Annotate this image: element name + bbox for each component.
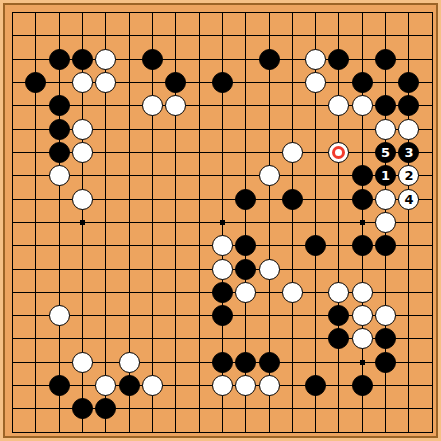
- stone-black[interactable]: [212, 282, 233, 303]
- stone-white[interactable]: [305, 72, 326, 93]
- stone-black[interactable]: [375, 352, 396, 373]
- stone-white[interactable]: [282, 282, 303, 303]
- stone-black[interactable]: [235, 259, 256, 280]
- stone-black[interactable]: [282, 189, 303, 210]
- move-number-label: 2: [404, 169, 413, 182]
- stone-black-numbered[interactable]: 3: [398, 142, 419, 163]
- stone-white[interactable]: [375, 119, 396, 140]
- star-point: [80, 220, 85, 225]
- stone-black[interactable]: [259, 352, 280, 373]
- stone-white[interactable]: [212, 235, 233, 256]
- stone-black[interactable]: [165, 72, 186, 93]
- stone-black[interactable]: [352, 165, 373, 186]
- stone-black[interactable]: [352, 189, 373, 210]
- stone-black[interactable]: [25, 72, 46, 93]
- stone-black[interactable]: [328, 305, 349, 326]
- stone-black[interactable]: [375, 49, 396, 70]
- grid-line-vertical: [432, 12, 433, 433]
- stone-white[interactable]: [352, 95, 373, 116]
- stone-white[interactable]: [259, 375, 280, 396]
- stone-black[interactable]: [119, 375, 140, 396]
- stone-white[interactable]: [49, 165, 70, 186]
- stone-white[interactable]: [259, 165, 280, 186]
- stone-white[interactable]: [352, 282, 373, 303]
- stone-white[interactable]: [375, 212, 396, 233]
- star-point: [360, 360, 365, 365]
- stone-black[interactable]: [328, 49, 349, 70]
- stone-black[interactable]: [235, 189, 256, 210]
- stone-white[interactable]: [72, 189, 93, 210]
- circle-marker: [332, 146, 345, 159]
- stone-white[interactable]: [212, 259, 233, 280]
- move-number-label: 3: [404, 146, 413, 159]
- stone-white[interactable]: [235, 375, 256, 396]
- stone-white[interactable]: [142, 95, 163, 116]
- stone-white-numbered[interactable]: 2: [398, 165, 419, 186]
- stone-black[interactable]: [398, 72, 419, 93]
- stone-black[interactable]: [398, 95, 419, 116]
- stone-white[interactable]: [375, 305, 396, 326]
- stone-black[interactable]: [49, 49, 70, 70]
- stone-black[interactable]: [49, 119, 70, 140]
- grid-line-horizontal: [12, 432, 433, 433]
- stone-white[interactable]: [119, 352, 140, 373]
- stone-black[interactable]: [49, 95, 70, 116]
- stone-black[interactable]: [259, 49, 280, 70]
- stone-white[interactable]: [375, 189, 396, 210]
- stone-black[interactable]: [352, 235, 373, 256]
- stone-black[interactable]: [305, 375, 326, 396]
- stone-white[interactable]: [72, 352, 93, 373]
- move-number-label: 1: [381, 169, 390, 182]
- stone-white[interactable]: [142, 375, 163, 396]
- stone-black[interactable]: [328, 328, 349, 349]
- stone-white[interactable]: [235, 282, 256, 303]
- stone-white[interactable]: [282, 142, 303, 163]
- stone-black[interactable]: [95, 398, 116, 419]
- stone-black-numbered[interactable]: 5: [375, 142, 396, 163]
- grid-line-vertical: [338, 12, 339, 433]
- stone-white[interactable]: [72, 72, 93, 93]
- stone-white[interactable]: [398, 119, 419, 140]
- stone-black-numbered[interactable]: 1: [375, 165, 396, 186]
- stone-white[interactable]: [95, 72, 116, 93]
- stone-black[interactable]: [235, 352, 256, 373]
- stone-white[interactable]: [305, 49, 326, 70]
- stone-black[interactable]: [142, 49, 163, 70]
- stone-black[interactable]: [375, 235, 396, 256]
- move-number-label: 5: [381, 146, 390, 159]
- stone-white[interactable]: [49, 305, 70, 326]
- star-point: [220, 220, 225, 225]
- stone-black[interactable]: [212, 72, 233, 93]
- stone-black[interactable]: [212, 352, 233, 373]
- stone-white[interactable]: [95, 375, 116, 396]
- grid-line-vertical: [292, 12, 293, 433]
- stone-black[interactable]: [49, 375, 70, 396]
- stone-white[interactable]: [95, 49, 116, 70]
- stone-black[interactable]: [49, 142, 70, 163]
- stone-white[interactable]: [328, 282, 349, 303]
- stone-white[interactable]: [259, 259, 280, 280]
- stone-white[interactable]: [352, 328, 373, 349]
- stone-white[interactable]: [72, 119, 93, 140]
- stone-black[interactable]: [352, 72, 373, 93]
- stone-black[interactable]: [305, 235, 326, 256]
- stone-white[interactable]: [328, 95, 349, 116]
- stone-black[interactable]: [212, 305, 233, 326]
- stone-black[interactable]: [72, 49, 93, 70]
- go-board[interactable]: 53124: [0, 0, 441, 441]
- stone-black[interactable]: [72, 398, 93, 419]
- move-number-label: 4: [404, 193, 413, 206]
- stone-white[interactable]: [352, 305, 373, 326]
- stone-black[interactable]: [375, 328, 396, 349]
- stone-white[interactable]: [72, 142, 93, 163]
- go-board-frame: 53124: [0, 0, 441, 441]
- stone-white[interactable]: [328, 142, 349, 163]
- stone-white-numbered[interactable]: 4: [398, 189, 419, 210]
- stone-black[interactable]: [352, 375, 373, 396]
- stone-white[interactable]: [165, 95, 186, 116]
- stone-black[interactable]: [375, 95, 396, 116]
- star-point: [360, 220, 365, 225]
- stone-white[interactable]: [212, 375, 233, 396]
- stone-black[interactable]: [235, 235, 256, 256]
